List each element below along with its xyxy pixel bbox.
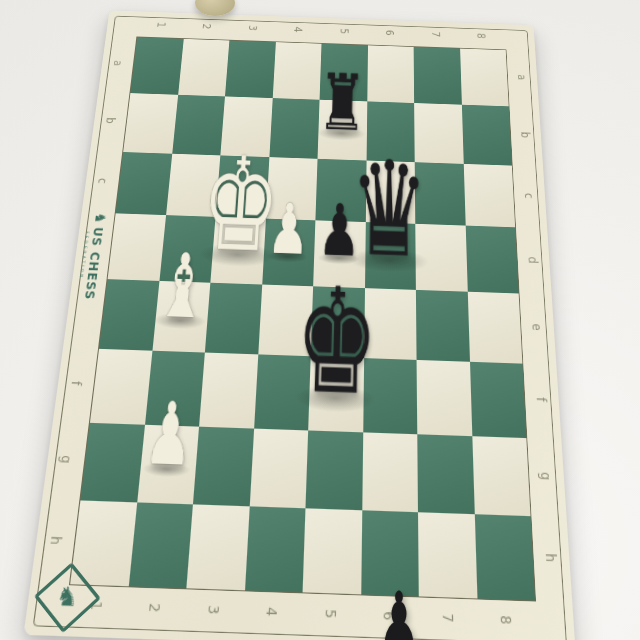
square-a3[interactable] (225, 41, 275, 98)
coord-label-top-4: 4 (293, 27, 304, 33)
square-a4[interactable] (272, 42, 321, 99)
square-h8[interactable] (474, 514, 535, 600)
square-h5[interactable] (303, 509, 362, 595)
coord-label-bottom-4: 4 (264, 607, 278, 617)
coord-label-top-1: 1 (155, 22, 166, 28)
coord-label-right-h: h (544, 553, 558, 562)
coord-label-bottom-6: 6 (382, 611, 396, 621)
square-f2[interactable] (145, 350, 205, 426)
square-f8[interactable] (469, 362, 526, 438)
table-surface: 1234567812345678abcfghabcdefgh ♞ US CHES… (0, 0, 640, 640)
coord-label-top-7: 7 (430, 31, 441, 37)
coord-label-bottom-8: 8 (499, 615, 513, 625)
square-g8[interactable] (472, 436, 531, 517)
black-queen-icon: ♛ (349, 143, 430, 277)
coord-label-left-a: a (112, 60, 124, 66)
square-g2[interactable] (137, 424, 199, 504)
coord-label-top-8: 8 (476, 33, 487, 39)
coord-label-left-b: b (104, 117, 116, 124)
square-e1[interactable] (99, 279, 159, 350)
square-g6[interactable] (362, 432, 418, 513)
logo-text: US CHESS (82, 227, 106, 301)
square-g3[interactable] (193, 426, 254, 506)
piece-layer: ♜♚♟♟♛♝♚♟ (110, 10, 534, 25)
coord-label-bottom-2: 2 (147, 603, 161, 613)
square-g5[interactable] (305, 430, 362, 511)
square-c8[interactable] (463, 163, 515, 227)
coord-label-left-c: c (96, 178, 108, 184)
square-g1[interactable] (80, 422, 144, 502)
coord-label-top-6: 6 (384, 30, 395, 36)
black-rook-icon: ♜ (317, 64, 367, 143)
square-h2[interactable] (128, 503, 193, 589)
square-f6[interactable] (363, 358, 418, 434)
coord-label-bottom-5: 5 (323, 609, 337, 619)
coord-label-right-e: e (530, 324, 543, 332)
square-a2[interactable] (178, 39, 230, 96)
coord-label-top-3: 3 (247, 25, 258, 31)
coord-label-right-b: b (519, 132, 531, 139)
square-a6[interactable] (367, 45, 414, 102)
square-f4[interactable] (254, 354, 311, 430)
square-h4[interactable] (244, 507, 305, 593)
square-h1[interactable] (70, 501, 137, 587)
square-d8[interactable] (465, 226, 518, 294)
us-chess-logo: ♞ US CHESS FEDERATION (76, 212, 109, 300)
square-e3[interactable] (205, 283, 262, 354)
square-h3[interactable] (186, 505, 249, 591)
coord-label-bottom-3: 3 (206, 605, 220, 615)
coord-label-left-f: f (69, 381, 82, 386)
coord-label-top-2: 2 (201, 23, 212, 29)
square-f7[interactable] (417, 360, 472, 436)
coord-label-right-g: g (539, 472, 552, 481)
square-f1[interactable] (90, 349, 152, 425)
emblem-knight-icon: ♞ (55, 584, 81, 611)
board-scene: 1234567812345678abcfghabcdefgh ♞ US CHES… (0, 0, 640, 640)
coord-label-right-d: d (526, 256, 538, 263)
coord-label-top-5: 5 (339, 28, 350, 34)
square-f5[interactable] (308, 356, 363, 432)
logo-knight-icon: ♞ (92, 212, 109, 224)
coord-label-right-a: a (516, 75, 527, 81)
coord-label-bottom-7: 7 (440, 613, 454, 623)
square-b1[interactable] (123, 93, 177, 153)
coord-label-left-h: h (48, 535, 62, 544)
square-d1[interactable] (108, 214, 166, 281)
chess-mat: 1234567812345678abcfghabcdefgh ♞ US CHES… (23, 10, 575, 640)
coord-label-right-c: c (523, 193, 535, 199)
square-h7[interactable] (418, 513, 477, 599)
square-h6[interactable] (361, 511, 419, 597)
coord-label-left-g: g (59, 455, 73, 464)
square-c1[interactable] (116, 152, 172, 216)
coord-label-right-f: f (535, 397, 548, 402)
square-a1[interactable] (130, 37, 183, 94)
square-b8[interactable] (461, 104, 511, 165)
square-f3[interactable] (199, 352, 258, 428)
square-a7[interactable] (414, 47, 462, 105)
coordinate-labels: 1234567812345678abcfghabcdefgh (110, 10, 534, 25)
square-e8[interactable] (467, 292, 522, 364)
square-g7[interactable] (417, 434, 474, 515)
square-g4[interactable] (249, 428, 308, 509)
square-e7[interactable] (416, 290, 470, 362)
square-a8[interactable] (460, 49, 509, 107)
